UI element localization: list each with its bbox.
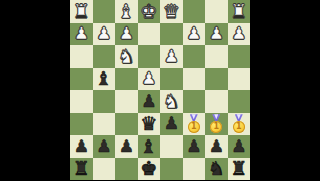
square-d5[interactable]: ♞	[160, 90, 183, 113]
square-c3[interactable]	[183, 45, 206, 68]
medal-coin: 1	[233, 121, 245, 133]
black-rook-h8[interactable]: ♜	[73, 159, 90, 178]
square-h5[interactable]	[70, 90, 93, 113]
square-h4[interactable]	[70, 68, 93, 91]
square-h3[interactable]	[70, 45, 93, 68]
white-queen-d1[interactable]: ♛	[163, 2, 180, 21]
square-b1[interactable]	[205, 0, 228, 23]
square-a6[interactable]: 1	[228, 113, 251, 136]
square-e4[interactable]: ♟	[138, 68, 161, 91]
black-pawn-h7[interactable]: ♟	[74, 138, 89, 155]
square-f3[interactable]: ♞	[115, 45, 138, 68]
black-pawn-f7[interactable]: ♟	[119, 138, 134, 155]
square-f1[interactable]: ♝	[115, 0, 138, 23]
white-knight-d5[interactable]: ♞	[163, 92, 180, 111]
square-b5[interactable]	[205, 90, 228, 113]
white-pawn-f2[interactable]: ♟	[119, 25, 134, 42]
black-pawn-c7[interactable]: ♟	[186, 138, 201, 155]
gold-medal-icon: 1	[209, 114, 224, 133]
square-d4[interactable]	[160, 68, 183, 91]
square-e3[interactable]	[138, 45, 161, 68]
white-pawn-h2[interactable]: ♟	[74, 25, 89, 42]
black-bishop-e7[interactable]: ♝	[140, 137, 157, 156]
square-b3[interactable]	[205, 45, 228, 68]
black-pawn-a7[interactable]: ♟	[231, 138, 246, 155]
square-b2[interactable]: ♟	[205, 23, 228, 46]
square-a1[interactable]: ♜	[228, 0, 251, 23]
square-h8[interactable]: ♜	[70, 158, 93, 181]
square-e1[interactable]: ♚	[138, 0, 161, 23]
square-d8[interactable]	[160, 158, 183, 181]
white-pawn-c2[interactable]: ♟	[186, 25, 201, 42]
white-knight-f3[interactable]: ♞	[118, 47, 135, 66]
medal-coin: 1	[188, 121, 200, 133]
white-pawn-d3[interactable]: ♟	[164, 48, 179, 65]
square-e6[interactable]: ♛	[138, 113, 161, 136]
square-c1[interactable]	[183, 0, 206, 23]
square-d1[interactable]: ♛	[160, 0, 183, 23]
square-h7[interactable]: ♟	[70, 135, 93, 158]
square-e8[interactable]: ♚	[138, 158, 161, 181]
black-pawn-b7[interactable]: ♟	[209, 138, 224, 155]
square-d6[interactable]: ♟	[160, 113, 183, 136]
square-d7[interactable]	[160, 135, 183, 158]
square-g3[interactable]	[93, 45, 116, 68]
square-g2[interactable]: ♟	[93, 23, 116, 46]
square-f2[interactable]: ♟	[115, 23, 138, 46]
square-a4[interactable]	[228, 68, 251, 91]
square-f8[interactable]	[115, 158, 138, 181]
white-king-e1[interactable]: ♚	[140, 2, 157, 21]
black-king-e8[interactable]: ♚	[140, 159, 157, 178]
square-e5[interactable]: ♟	[138, 90, 161, 113]
video-frame: ♜♝♚♛♜♟♟♟♟♟♟♞♟♝♟♟♞♛♟111♟♟♟♝♟♟♟♜♚♞♜	[0, 0, 320, 180]
white-rook-a1[interactable]: ♜	[230, 2, 247, 21]
square-f5[interactable]	[115, 90, 138, 113]
square-h1[interactable]: ♜	[70, 0, 93, 23]
gold-medal-icon: 1	[186, 114, 201, 133]
white-bishop-f1[interactable]: ♝	[118, 2, 135, 21]
square-e7[interactable]: ♝	[138, 135, 161, 158]
square-e2[interactable]	[138, 23, 161, 46]
black-queen-e6[interactable]: ♛	[140, 114, 157, 133]
square-c4[interactable]	[183, 68, 206, 91]
square-c6[interactable]: 1	[183, 113, 206, 136]
square-g5[interactable]	[93, 90, 116, 113]
square-g7[interactable]: ♟	[93, 135, 116, 158]
medal-coin: 1	[210, 121, 222, 133]
black-knight-b8[interactable]: ♞	[208, 159, 225, 178]
square-c8[interactable]	[183, 158, 206, 181]
square-f7[interactable]: ♟	[115, 135, 138, 158]
black-pawn-d6[interactable]: ♟	[164, 115, 179, 132]
square-f4[interactable]	[115, 68, 138, 91]
square-a3[interactable]	[228, 45, 251, 68]
black-pawn-g7[interactable]: ♟	[96, 138, 111, 155]
square-c7[interactable]: ♟	[183, 135, 206, 158]
gold-medal-icon: 1	[231, 114, 246, 133]
square-h2[interactable]: ♟	[70, 23, 93, 46]
square-g1[interactable]	[93, 0, 116, 23]
square-h6[interactable]	[70, 113, 93, 136]
black-bishop-g4[interactable]: ♝	[95, 69, 112, 88]
square-d2[interactable]	[160, 23, 183, 46]
square-d3[interactable]: ♟	[160, 45, 183, 68]
square-a8[interactable]: ♜	[228, 158, 251, 181]
black-pawn-e5[interactable]: ♟	[141, 93, 156, 110]
square-b7[interactable]: ♟	[205, 135, 228, 158]
square-a2[interactable]: ♟	[228, 23, 251, 46]
white-pawn-e4[interactable]: ♟	[141, 70, 156, 87]
square-g6[interactable]	[93, 113, 116, 136]
white-pawn-a2[interactable]: ♟	[231, 25, 246, 42]
square-b6[interactable]: 1	[205, 113, 228, 136]
square-f6[interactable]	[115, 113, 138, 136]
chess-board: ♜♝♚♛♜♟♟♟♟♟♟♞♟♝♟♟♞♛♟111♟♟♟♝♟♟♟♜♚♞♜	[70, 0, 250, 180]
white-pawn-g2[interactable]: ♟	[96, 25, 111, 42]
white-rook-h1[interactable]: ♜	[73, 2, 90, 21]
square-b8[interactable]: ♞	[205, 158, 228, 181]
white-pawn-b2[interactable]: ♟	[209, 25, 224, 42]
square-g4[interactable]: ♝	[93, 68, 116, 91]
square-b4[interactable]	[205, 68, 228, 91]
square-g8[interactable]	[93, 158, 116, 181]
square-a5[interactable]	[228, 90, 251, 113]
square-a7[interactable]: ♟	[228, 135, 251, 158]
square-c2[interactable]: ♟	[183, 23, 206, 46]
black-rook-a8[interactable]: ♜	[230, 159, 247, 178]
square-c5[interactable]	[183, 90, 206, 113]
